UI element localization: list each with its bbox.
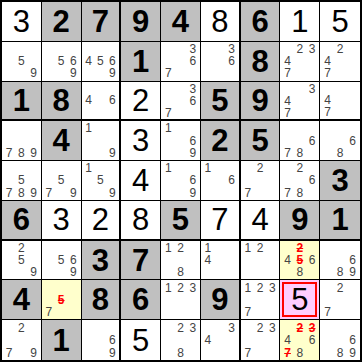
candidate-digit [3, 254, 15, 266]
candidate-digit: 4 [281, 254, 293, 266]
candidate-digit [94, 106, 106, 118]
candidate-digit [266, 162, 278, 174]
cell-value: 3 [13, 6, 30, 37]
candidate-digit [83, 106, 95, 118]
candidate-digit [281, 122, 293, 134]
candidate-digit [281, 174, 293, 186]
candidate-grid: 169 [162, 162, 199, 199]
candidate-grid: 2678 [281, 162, 318, 199]
candidate-digit [162, 135, 174, 147]
cell-r5c8[interactable]: 2678 [280, 161, 320, 201]
candidate-digit: 9 [346, 346, 359, 359]
cell-r7c3[interactable]: 3 [82, 241, 122, 281]
candidate-digit: 7 [162, 67, 174, 79]
candidate-digit: 9 [106, 187, 118, 199]
candidate-digit [334, 55, 347, 67]
candidate-digit: 8 [15, 187, 27, 199]
cell-r6c6[interactable]: 7 [201, 201, 241, 241]
candidate-digit [226, 266, 238, 278]
cell-r2c6[interactable]: 36 [201, 42, 241, 82]
candidate-digit [266, 266, 278, 278]
cell-r6c3[interactable]: 2 [82, 201, 122, 241]
candidate-digit [266, 346, 278, 359]
cell-r4c4[interactable]: 3 [121, 121, 161, 161]
cell-r5c6[interactable]: 16 [201, 161, 241, 201]
candidate-grid: 46 [83, 83, 119, 119]
candidate-digit [28, 334, 40, 347]
candidate-digit: 1 [83, 122, 95, 134]
cell-r3c7[interactable]: 9 [241, 82, 281, 122]
candidate-digit: 4 [83, 94, 95, 106]
cell-value: 9 [132, 6, 149, 37]
cell-r8c4[interactable]: 6 [121, 280, 161, 320]
candidate-digit [28, 174, 40, 186]
candidate-digit [202, 43, 214, 55]
candidate-digit [174, 107, 186, 119]
candidate-digit: 7 [162, 107, 174, 119]
candidate-digit: 9 [28, 147, 40, 159]
cell-r6c1[interactable]: 6 [2, 201, 42, 241]
candidate-digit [266, 242, 278, 254]
cell-r5c7[interactable]: 27 [241, 161, 281, 201]
candidate-digit [3, 162, 15, 174]
candidate-digit: 4 [202, 254, 214, 266]
candidate-digit [346, 43, 359, 55]
candidate-digit [3, 334, 15, 347]
candidate-digit: 6 [306, 254, 318, 266]
cell-r9c4[interactable]: 5 [121, 320, 161, 360]
candidate-grid: 234678 [281, 321, 318, 359]
cell-r8c1[interactable]: 4 [2, 280, 42, 320]
cell-r8c5[interactable]: 123 [161, 280, 201, 320]
candidate-digit: 7 [281, 67, 293, 79]
cell-value: 6 [132, 284, 149, 315]
cell-r4c7[interactable]: 5 [241, 121, 281, 161]
cell-r9c1[interactable]: 279 [2, 320, 42, 360]
candidate-digit: 1 [162, 281, 174, 293]
candidate-digit [334, 122, 347, 134]
cell-r9c9[interactable]: 689 [320, 320, 360, 360]
candidate-digit [346, 147, 359, 159]
cell-r4c2[interactable]: 4 [42, 121, 82, 161]
candidate-digit [28, 122, 40, 134]
cell-r7c6[interactable]: 14 [201, 241, 241, 281]
cell-r8c2[interactable]: 57 [42, 280, 82, 320]
candidate-digit [106, 174, 118, 186]
candidate-grid: 57 [43, 281, 80, 318]
cell-r6c9[interactable]: 1 [320, 201, 360, 241]
candidate-digit [254, 306, 266, 318]
cell-r8c7[interactable]: 1237 [241, 280, 281, 320]
cell-r2c8[interactable]: 2347 [280, 42, 320, 82]
candidate-digit: 4 [202, 334, 214, 347]
cell-value: 5 [291, 284, 308, 315]
cell-r7c5[interactable]: 128 [161, 241, 201, 281]
cell-value: 2 [132, 85, 149, 116]
candidate-digit [187, 346, 199, 359]
candidate-digit: 2 [254, 242, 266, 254]
cell-r6c4[interactable]: 8 [121, 201, 161, 241]
candidate-digit: 6 [106, 334, 118, 347]
cell-r1c7[interactable]: 6 [241, 2, 281, 42]
candidate-digit [15, 334, 27, 347]
candidate-digit [214, 43, 226, 55]
candidate-digit [294, 334, 306, 347]
candidate-digit [83, 346, 95, 359]
cell-r9c6[interactable]: 34 [201, 320, 241, 360]
candidate-digit [67, 174, 79, 186]
candidate-digit [321, 266, 334, 278]
cell-value: 6 [13, 204, 30, 235]
cell-r7c4[interactable]: 7 [121, 241, 161, 281]
candidate-digit: 3 [306, 83, 318, 95]
candidate-digit: 9 [106, 67, 118, 79]
candidate-digit [281, 321, 293, 334]
cell-r8c3[interactable]: 8 [82, 280, 122, 320]
candidate-digit [242, 334, 254, 347]
cell-r4c3[interactable]: 19 [82, 121, 122, 161]
candidate-digit [202, 346, 214, 359]
candidate-digit [55, 187, 67, 199]
cell-r7c1[interactable]: 259 [2, 241, 42, 281]
candidate-digit: 3 [187, 321, 199, 334]
candidate-digit: 6 [187, 55, 199, 67]
candidate-grid: 4569 [83, 43, 119, 80]
cell-r2c2[interactable]: 569 [42, 42, 82, 82]
candidate-digit [94, 67, 106, 79]
candidate-digit [334, 94, 347, 106]
sudoku-board: 3279486155956945691367368234724718462367… [0, 0, 362, 362]
candidate-digit [266, 174, 278, 186]
cell-value: 1 [13, 85, 30, 116]
cell-r2c9[interactable]: 247 [320, 42, 360, 82]
cell-r3c2[interactable]: 8 [42, 82, 82, 122]
candidate-digit [306, 95, 318, 107]
candidate-digit: 5 [94, 174, 106, 186]
candidate-digit [28, 43, 40, 55]
cell-r1c3[interactable]: 7 [82, 2, 122, 42]
candidate-grid: 2347 [281, 43, 318, 80]
candidate-digit [187, 254, 199, 266]
cell-r2c7[interactable]: 8 [241, 42, 281, 82]
candidate-digit [3, 135, 15, 147]
candidate-digit [67, 306, 79, 318]
cell-r7c2[interactable]: 569 [42, 241, 82, 281]
candidate-grid: 279 [3, 321, 40, 359]
cell-r6c8[interactable]: 9 [280, 201, 320, 241]
candidate-digit [242, 266, 254, 278]
candidate-digit: 7 [321, 306, 334, 318]
candidate-digit: 1 [162, 162, 174, 174]
candidate-digit [321, 122, 334, 134]
candidate-grid: 569 [43, 43, 80, 80]
candidate-digit [214, 67, 226, 79]
cell-r1c2[interactable]: 2 [42, 2, 82, 42]
candidate-digit: 6 [226, 55, 238, 67]
candidate-grid: 24568 [281, 242, 318, 279]
candidate-digit: 2 [334, 43, 347, 55]
candidate-digit [43, 43, 55, 55]
cell-r9c3[interactable]: 69 [82, 320, 122, 360]
candidate-digit [28, 162, 40, 174]
candidate-digit [321, 135, 334, 147]
candidate-digit [214, 266, 226, 278]
candidate-digit [294, 83, 306, 95]
candidate-digit [3, 122, 15, 134]
cell-r4c9[interactable]: 68 [320, 121, 360, 161]
candidate-digit: 2 [294, 43, 306, 55]
candidate-grid: 14 [202, 242, 238, 279]
candidate-digit: 6 [187, 135, 199, 147]
cell-r5c3[interactable]: 159 [82, 161, 122, 201]
cell-r4c5[interactable]: 169 [161, 121, 201, 161]
candidate-grid: 347 [281, 83, 318, 119]
candidate-digit [214, 242, 226, 254]
candidate-digit [67, 294, 79, 306]
candidate-digit [174, 83, 186, 95]
candidate-digit [254, 187, 266, 199]
candidate-digit: 1 [162, 242, 174, 254]
candidate-digit: 7 [3, 346, 15, 359]
candidate-digit: 8 [334, 266, 347, 278]
cell-value: 8 [132, 204, 149, 235]
cell-r9c8[interactable]: 234678 [280, 320, 320, 360]
candidate-digit [321, 346, 334, 359]
candidate-digit [106, 106, 118, 118]
candidate-digit [43, 281, 55, 293]
candidate-digit [266, 306, 278, 318]
cell-r8c8[interactable]: 5 [280, 280, 320, 320]
cell-r7c9[interactable]: 689 [320, 241, 360, 281]
candidate-digit: 9 [28, 346, 40, 359]
cell-r4c6[interactable]: 2 [201, 121, 241, 161]
cell-value: 4 [13, 284, 30, 315]
candidate-digit: 1 [83, 162, 95, 174]
cell-r3c9[interactable]: 47 [320, 82, 360, 122]
cell-value: 8 [92, 284, 109, 315]
candidate-digit [162, 306, 174, 318]
cell-r5c2[interactable]: 579 [42, 161, 82, 201]
candidate-digit [43, 254, 55, 266]
cell-r1c6[interactable]: 8 [201, 2, 241, 42]
candidate-digit [346, 83, 359, 95]
candidate-digit [174, 294, 186, 306]
cell-r3c6[interactable]: 5 [201, 82, 241, 122]
candidate-grid: 59 [3, 43, 40, 80]
candidate-digit [162, 43, 174, 55]
cell-value: 5 [331, 6, 348, 37]
candidate-digit [43, 266, 55, 278]
cell-r2c4[interactable]: 1 [121, 42, 161, 82]
candidate-grid: 259 [3, 242, 40, 279]
candidate-digit [3, 55, 15, 67]
candidate-digit [187, 242, 199, 254]
cell-r3c8[interactable]: 347 [280, 82, 320, 122]
candidate-digit [306, 266, 318, 278]
candidate-digit: 9 [67, 266, 79, 278]
candidate-digit: 6 [306, 334, 318, 347]
candidate-digit: 6 [306, 135, 318, 147]
candidate-grid: 789 [3, 122, 40, 159]
candidate-grid: 238 [162, 321, 199, 359]
candidate-digit: 7 [281, 187, 293, 199]
cell-r3c4[interactable]: 2 [121, 82, 161, 122]
cell-value: 4 [53, 125, 70, 156]
candidate-digit [306, 187, 318, 199]
candidate-grid: 579 [43, 162, 80, 199]
candidate-digit: 2 [254, 162, 266, 174]
candidate-digit: 7 [43, 187, 55, 199]
cell-r2c3[interactable]: 4569 [82, 42, 122, 82]
candidate-digit [187, 67, 199, 79]
candidate-grid: 678 [281, 122, 318, 159]
candidate-digit [242, 254, 254, 266]
candidate-digit [187, 334, 199, 347]
cell-r1c1[interactable]: 3 [2, 2, 42, 42]
candidate-digit [334, 106, 347, 118]
candidate-digit [55, 306, 67, 318]
candidate-digit [294, 135, 306, 147]
candidate-digit: 2 [15, 321, 27, 334]
candidate-digit [162, 294, 174, 306]
candidate-digit [202, 67, 214, 79]
candidate-digit: 7 [242, 306, 254, 318]
candidate-digit [3, 67, 15, 79]
candidate-digit [187, 122, 199, 134]
cell-r1c5[interactable]: 4 [161, 2, 201, 42]
cell-value: 1 [53, 325, 70, 356]
cell-r3c5[interactable]: 367 [161, 82, 201, 122]
candidate-grid: 16 [202, 162, 238, 199]
candidate-digit [83, 67, 95, 79]
candidate-digit [254, 334, 266, 347]
candidate-digit [202, 174, 214, 186]
candidate-digit: 3 [226, 321, 238, 334]
cell-r9c5[interactable]: 238 [161, 320, 201, 360]
cell-value: 7 [92, 6, 109, 37]
candidate-digit [321, 321, 334, 334]
cell-r7c7[interactable]: 12 [241, 241, 281, 281]
cell-value: 3 [331, 165, 348, 196]
candidate-digit: 7 [242, 346, 254, 359]
candidate-digit [254, 294, 266, 306]
candidate-digit [28, 321, 40, 334]
cell-r6c5[interactable]: 5 [161, 201, 201, 241]
candidate-digit [346, 106, 359, 118]
candidate-digit [281, 83, 293, 95]
candidate-digit [294, 122, 306, 134]
candidate-digit [334, 294, 347, 306]
candidate-digit: 5 [55, 294, 67, 306]
cell-value: 3 [92, 245, 109, 276]
candidate-digit: 8 [294, 147, 306, 159]
candidate-digit: 8 [294, 187, 306, 199]
candidate-digit [55, 67, 67, 79]
cell-r5c5[interactable]: 169 [161, 161, 201, 201]
cell-r3c3[interactable]: 46 [82, 82, 122, 122]
candidate-digit: 6 [346, 334, 359, 347]
candidate-digit: 9 [28, 187, 40, 199]
cell-value: 2 [92, 204, 109, 235]
candidate-digit [15, 346, 27, 359]
candidate-digit: 8 [334, 346, 347, 359]
cell-r1c8[interactable]: 1 [280, 2, 320, 42]
candidate-digit: 8 [294, 266, 306, 278]
cell-r8c9[interactable]: 27 [320, 280, 360, 320]
candidate-digit [94, 83, 106, 95]
candidate-digit [214, 346, 226, 359]
candidate-digit [174, 122, 186, 134]
cell-r7c8[interactable]: 24568 [280, 241, 320, 281]
candidate-digit: 1 [242, 281, 254, 293]
candidate-digit [174, 187, 186, 199]
candidate-digit [202, 321, 214, 334]
candidate-digit [162, 174, 174, 186]
candidate-digit: 6 [106, 94, 118, 106]
cell-r4c8[interactable]: 678 [280, 121, 320, 161]
cell-r6c7[interactable]: 4 [241, 201, 281, 241]
candidate-digit: 2 [254, 281, 266, 293]
candidate-digit [294, 55, 306, 67]
cell-r9c2[interactable]: 1 [42, 320, 82, 360]
candidate-digit [306, 147, 318, 159]
candidate-grid: 68 [321, 122, 359, 159]
cell-r1c4[interactable]: 9 [121, 2, 161, 42]
candidate-grid: 12 [242, 242, 279, 279]
cell-value: 4 [251, 204, 268, 235]
cell-r1c9[interactable]: 5 [320, 2, 360, 42]
candidate-grid: 569 [43, 242, 80, 279]
cell-r3c1[interactable]: 1 [2, 82, 42, 122]
candidate-digit [266, 254, 278, 266]
candidate-digit [214, 162, 226, 174]
cell-r6c2[interactable]: 3 [42, 201, 82, 241]
candidate-digit: 5 [15, 55, 27, 67]
candidate-digit: 5 [55, 254, 67, 266]
candidate-digit [162, 346, 174, 359]
candidate-grid: 27 [242, 162, 279, 199]
cell-r4c1[interactable]: 789 [2, 121, 42, 161]
candidate-digit [321, 147, 334, 159]
candidate-digit [334, 306, 347, 318]
cell-r5c9[interactable]: 3 [320, 161, 360, 201]
candidate-digit [174, 135, 186, 147]
candidate-grid: 5789 [3, 162, 40, 199]
candidate-digit: 7 [321, 106, 334, 118]
candidate-grid: 69 [83, 321, 119, 359]
candidate-digit [281, 266, 293, 278]
cell-r5c4[interactable]: 4 [121, 161, 161, 201]
cell-r2c1[interactable]: 59 [2, 42, 42, 82]
cell-value: 5 [251, 125, 268, 156]
candidate-digit [306, 67, 318, 79]
cell-r9c7[interactable]: 237 [241, 320, 281, 360]
cell-value: 9 [291, 204, 308, 235]
candidate-digit [254, 266, 266, 278]
cell-r5c1[interactable]: 5789 [2, 161, 42, 201]
cell-r2c5[interactable]: 367 [161, 42, 201, 82]
candidate-digit: 9 [67, 67, 79, 79]
candidate-digit [106, 135, 118, 147]
candidate-grid: 19 [83, 122, 119, 159]
candidate-digit [346, 122, 359, 134]
cell-r8c6[interactable]: 9 [201, 280, 241, 320]
candidate-digit [306, 107, 318, 119]
candidate-digit [202, 266, 214, 278]
candidate-digit: 7 [3, 147, 15, 159]
candidate-digit [55, 266, 67, 278]
candidate-digit [321, 254, 334, 266]
